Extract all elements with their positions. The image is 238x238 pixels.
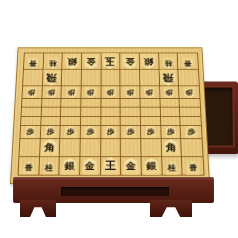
shogi-piece[interactable]: 香: [186, 162, 199, 175]
board-cell[interactable]: 歩: [22, 86, 42, 99]
board-cell[interactable]: [121, 117, 141, 126]
shogi-piece[interactable]: 香: [22, 162, 35, 175]
board-cell[interactable]: [81, 108, 101, 117]
shogi-piece[interactable]: 桂: [162, 57, 175, 68]
shogi-piece[interactable]: 玉: [102, 53, 119, 68]
board-cell[interactable]: 歩: [81, 126, 101, 139]
board-cell[interactable]: 桂: [39, 157, 60, 174]
shogi-piece[interactable]: 歩: [64, 126, 77, 138]
board-cell[interactable]: [121, 139, 141, 157]
shogi-piece[interactable]: 金: [122, 158, 139, 175]
board-cell[interactable]: 歩: [140, 86, 160, 99]
shogi-piece[interactable]: 金: [122, 54, 138, 69]
board-cell[interactable]: 角: [40, 139, 61, 157]
board-cell[interactable]: 歩: [40, 126, 61, 139]
shogi-piece[interactable]: 歩: [183, 86, 196, 98]
shogi-piece[interactable]: 金: [81, 158, 98, 175]
shogi-piece[interactable]: 歩: [185, 126, 198, 138]
shogi-piece[interactable]: 飛: [43, 70, 60, 86]
board-foot-left: [20, 200, 56, 217]
board-surface: 香桂銀金玉金銀桂香飛飛歩歩歩歩歩歩歩歩歩歩歩歩歩歩歩歩歩歩角角香桂銀金王金銀桂香: [10, 47, 210, 184]
board-cell[interactable]: 銀: [142, 157, 163, 174]
shogi-board: 香桂銀金玉金銀桂香飛飛歩歩歩歩歩歩歩歩歩歩歩歩歩歩歩歩歩歩角角香桂銀金王金銀桂香: [10, 47, 210, 184]
board-cell[interactable]: 歩: [20, 126, 41, 139]
board-cell[interactable]: [42, 99, 62, 108]
board-cell[interactable]: [180, 99, 200, 108]
board-cell[interactable]: [23, 70, 43, 87]
board-cell[interactable]: [179, 70, 199, 87]
board-cell[interactable]: [101, 139, 121, 157]
board-cell[interactable]: 歩: [179, 86, 199, 99]
board-cell[interactable]: 玉: [101, 53, 120, 69]
shogi-piece[interactable]: 金: [83, 54, 99, 69]
shogi-piece[interactable]: 歩: [65, 86, 78, 98]
base-slot: [61, 187, 169, 196]
board-base: [13, 177, 214, 203]
board-cell[interactable]: 金: [82, 53, 101, 69]
board-cell[interactable]: 飛: [43, 70, 63, 87]
board-cell[interactable]: [141, 108, 161, 117]
board-cell[interactable]: [140, 99, 160, 108]
shogi-piece[interactable]: 歩: [45, 86, 58, 98]
shogi-piece[interactable]: 桂: [46, 57, 59, 68]
shogi-piece[interactable]: 銀: [64, 54, 80, 69]
board-cell[interactable]: [160, 99, 180, 108]
shogi-piece[interactable]: 角: [41, 139, 59, 156]
board-cell[interactable]: [101, 99, 121, 108]
shogi-piece[interactable]: 銀: [143, 158, 160, 175]
shogi-piece[interactable]: 飛: [160, 70, 177, 86]
board-cell[interactable]: [180, 108, 200, 117]
board-grid: 香桂銀金玉金銀桂香飛飛歩歩歩歩歩歩歩歩歩歩歩歩歩歩歩歩歩歩角角香桂銀金王金銀桂香: [17, 53, 204, 176]
board-cell[interactable]: [82, 70, 102, 87]
board-cell[interactable]: 歩: [81, 86, 101, 99]
shogi-piece[interactable]: 歩: [124, 126, 137, 138]
board-cell[interactable]: [60, 139, 81, 157]
board-cell[interactable]: [22, 99, 42, 108]
product-photo: 香桂銀金玉金銀桂香飛飛歩歩歩歩歩歩歩歩歩歩歩歩歩歩歩歩歩歩角角香桂銀金王金銀桂香: [0, 0, 238, 238]
board-cell[interactable]: [160, 108, 180, 117]
board-cell[interactable]: [61, 108, 81, 117]
shogi-piece[interactable]: 歩: [24, 126, 37, 138]
board-cell[interactable]: 歩: [181, 126, 202, 139]
board-cell[interactable]: [141, 117, 161, 126]
board-cell[interactable]: 金: [120, 53, 139, 69]
shogi-piece[interactable]: 銀: [61, 158, 78, 175]
board-cell[interactable]: 歩: [121, 126, 141, 139]
shogi-piece[interactable]: 歩: [84, 126, 97, 138]
board-cell[interactable]: 王: [101, 157, 122, 174]
shogi-piece[interactable]: 歩: [44, 126, 57, 138]
board-cell[interactable]: [19, 139, 40, 157]
shogi-piece[interactable]: 桂: [165, 162, 178, 175]
board-cell[interactable]: [41, 108, 61, 117]
board-cell[interactable]: 飛: [159, 70, 179, 87]
board-cell[interactable]: [81, 117, 101, 126]
shogi-piece[interactable]: 銀: [141, 54, 157, 69]
board-cell[interactable]: [101, 70, 121, 87]
shogi-piece[interactable]: 王: [102, 157, 120, 174]
board-cell[interactable]: 歩: [161, 126, 182, 139]
board-cell[interactable]: 香: [182, 157, 203, 174]
board-cell[interactable]: [181, 117, 201, 126]
board-cell[interactable]: 歩: [101, 126, 121, 139]
board-cell[interactable]: 歩: [121, 86, 141, 99]
board-cell[interactable]: [81, 99, 101, 108]
board-cell[interactable]: 歩: [101, 86, 121, 99]
board-cell[interactable]: [181, 139, 202, 157]
board-cell[interactable]: [121, 108, 141, 117]
board-cell[interactable]: 歩: [160, 86, 180, 99]
board-cell[interactable]: [41, 117, 61, 126]
board-cell[interactable]: 歩: [61, 126, 81, 139]
board-cell[interactable]: [121, 99, 141, 108]
shogi-piece[interactable]: 歩: [26, 86, 39, 98]
board-foot-right: [150, 200, 192, 217]
shogi-piece[interactable]: 歩: [163, 86, 176, 98]
board-cell[interactable]: 銀: [140, 53, 160, 69]
board-cell[interactable]: 金: [121, 157, 142, 174]
board-cell[interactable]: [140, 70, 160, 87]
shogi-piece[interactable]: 歩: [104, 126, 117, 138]
board-cell[interactable]: 桂: [159, 53, 179, 69]
board-cell[interactable]: [101, 108, 121, 117]
board-cell[interactable]: [61, 99, 81, 108]
shogi-piece[interactable]: 角: [162, 139, 180, 156]
board-cell[interactable]: [21, 108, 41, 117]
board-cell[interactable]: 角: [161, 139, 182, 157]
board-cell[interactable]: 桂: [43, 53, 63, 69]
shogi-piece[interactable]: 歩: [124, 86, 136, 98]
shogi-piece[interactable]: 歩: [164, 126, 177, 138]
board-cell[interactable]: 歩: [62, 86, 82, 99]
board-cell[interactable]: 桂: [162, 157, 183, 174]
shogi-piece[interactable]: 桂: [42, 162, 55, 175]
shogi-piece[interactable]: 香: [27, 57, 40, 68]
shogi-piece[interactable]: 歩: [144, 126, 157, 138]
shogi-piece[interactable]: 歩: [85, 86, 97, 98]
board-cell[interactable]: [161, 117, 181, 126]
board-cell[interactable]: [61, 117, 81, 126]
board-cell[interactable]: [121, 70, 141, 87]
board-cell[interactable]: 香: [178, 53, 198, 69]
board-cell[interactable]: 銀: [60, 157, 81, 174]
board-cell[interactable]: [141, 139, 162, 157]
board-cell[interactable]: [62, 70, 82, 87]
board-cell[interactable]: [101, 117, 121, 126]
board-cell[interactable]: 歩: [42, 86, 62, 99]
board-cell[interactable]: 香: [24, 53, 44, 69]
board-cell[interactable]: [80, 139, 100, 157]
shogi-piece[interactable]: 香: [182, 57, 195, 68]
board-cell[interactable]: 銀: [63, 53, 83, 69]
board-cell[interactable]: [21, 117, 41, 126]
board-cell[interactable]: 金: [80, 157, 101, 174]
board-cell[interactable]: 香: [18, 157, 39, 174]
shogi-piece[interactable]: 歩: [104, 86, 116, 98]
shogi-piece[interactable]: 歩: [143, 86, 156, 98]
board-cell[interactable]: 歩: [141, 126, 161, 139]
